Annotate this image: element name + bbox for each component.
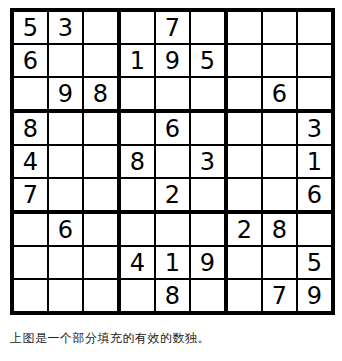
- cell-r8c7[interactable]: [228, 247, 261, 278]
- box-2: 7195: [121, 12, 224, 109]
- box-3: 6: [228, 12, 331, 109]
- cell-r1c4[interactable]: [121, 12, 154, 43]
- cell-r5c8[interactable]: [263, 146, 296, 177]
- cell-r4c9[interactable]: 3: [298, 113, 331, 144]
- cell-r9c4[interactable]: [121, 280, 154, 311]
- cell-r4c1[interactable]: 8: [14, 113, 47, 144]
- cell-r8c1[interactable]: [14, 247, 47, 278]
- sudoku-board: 536987195684768323166419828579: [10, 8, 335, 315]
- cell-r8c8[interactable]: [263, 247, 296, 278]
- cell-r9c1[interactable]: [14, 280, 47, 311]
- cell-r6c1[interactable]: 7: [14, 179, 47, 210]
- cell-r6c6[interactable]: [191, 179, 224, 210]
- cell-r7c6[interactable]: [191, 214, 224, 245]
- box-7: 6: [14, 214, 117, 311]
- cell-r6c9[interactable]: 6: [298, 179, 331, 210]
- cell-r5c2[interactable]: [49, 146, 82, 177]
- cell-r1c5[interactable]: 7: [156, 12, 189, 43]
- cell-r4c6[interactable]: [191, 113, 224, 144]
- cell-r7c7[interactable]: 2: [228, 214, 261, 245]
- cell-r9c8[interactable]: 7: [263, 280, 296, 311]
- cell-r2c8[interactable]: [263, 45, 296, 76]
- cell-r8c5[interactable]: 1: [156, 247, 189, 278]
- cell-r7c4[interactable]: [121, 214, 154, 245]
- cell-r3c3[interactable]: 8: [84, 78, 117, 109]
- page: 536987195684768323166419828579 上图是一个部分填充…: [0, 0, 342, 361]
- cell-r2c9[interactable]: [298, 45, 331, 76]
- cell-r9c5[interactable]: 8: [156, 280, 189, 311]
- cell-r3c2[interactable]: 9: [49, 78, 82, 109]
- cell-r2c1[interactable]: 6: [14, 45, 47, 76]
- cell-r7c8[interactable]: 8: [263, 214, 296, 245]
- box-5: 6832: [121, 113, 224, 210]
- cell-r3c6[interactable]: [191, 78, 224, 109]
- cell-r7c2[interactable]: 6: [49, 214, 82, 245]
- cell-r9c2[interactable]: [49, 280, 82, 311]
- cell-r8c6[interactable]: 9: [191, 247, 224, 278]
- cell-r7c3[interactable]: [84, 214, 117, 245]
- cell-r6c8[interactable]: [263, 179, 296, 210]
- cell-r4c4[interactable]: [121, 113, 154, 144]
- cell-r8c2[interactable]: [49, 247, 82, 278]
- cell-r7c5[interactable]: [156, 214, 189, 245]
- cell-r1c9[interactable]: [298, 12, 331, 43]
- cell-r1c6[interactable]: [191, 12, 224, 43]
- box-8: 4198: [121, 214, 224, 311]
- cell-r3c8[interactable]: 6: [263, 78, 296, 109]
- cell-r4c3[interactable]: [84, 113, 117, 144]
- cell-r6c7[interactable]: [228, 179, 261, 210]
- cell-r7c1[interactable]: [14, 214, 47, 245]
- cell-r2c2[interactable]: [49, 45, 82, 76]
- box-1: 53698: [14, 12, 117, 109]
- cell-r4c2[interactable]: [49, 113, 82, 144]
- cell-r9c7[interactable]: [228, 280, 261, 311]
- cell-r5c7[interactable]: [228, 146, 261, 177]
- cell-r3c7[interactable]: [228, 78, 261, 109]
- cell-r4c8[interactable]: [263, 113, 296, 144]
- cell-r3c1[interactable]: [14, 78, 47, 109]
- box-4: 847: [14, 113, 117, 210]
- cell-r1c3[interactable]: [84, 12, 117, 43]
- cell-r9c6[interactable]: [191, 280, 224, 311]
- cell-r3c9[interactable]: [298, 78, 331, 109]
- cell-r9c3[interactable]: [84, 280, 117, 311]
- cell-r4c5[interactable]: 6: [156, 113, 189, 144]
- cell-r5c5[interactable]: [156, 146, 189, 177]
- cell-r5c4[interactable]: 8: [121, 146, 154, 177]
- cell-r1c8[interactable]: [263, 12, 296, 43]
- cell-r6c4[interactable]: [121, 179, 154, 210]
- cell-r1c1[interactable]: 5: [14, 12, 47, 43]
- cell-r9c9[interactable]: 9: [298, 280, 331, 311]
- cell-r6c2[interactable]: [49, 179, 82, 210]
- cell-r8c4[interactable]: 4: [121, 247, 154, 278]
- cell-r1c2[interactable]: 3: [49, 12, 82, 43]
- cell-r2c7[interactable]: [228, 45, 261, 76]
- cell-r1c7[interactable]: [228, 12, 261, 43]
- cell-r7c9[interactable]: [298, 214, 331, 245]
- board-caption: 上图是一个部分填充的有效的数独。: [10, 330, 342, 347]
- cell-r4c7[interactable]: [228, 113, 261, 144]
- cell-r2c6[interactable]: 5: [191, 45, 224, 76]
- cell-r5c9[interactable]: 1: [298, 146, 331, 177]
- cell-r2c4[interactable]: 1: [121, 45, 154, 76]
- cell-r5c1[interactable]: 4: [14, 146, 47, 177]
- cell-r2c3[interactable]: [84, 45, 117, 76]
- box-9: 28579: [228, 214, 331, 311]
- cell-r3c4[interactable]: [121, 78, 154, 109]
- cell-r5c6[interactable]: 3: [191, 146, 224, 177]
- box-6: 316: [228, 113, 331, 210]
- cell-r6c5[interactable]: 2: [156, 179, 189, 210]
- cell-r8c9[interactable]: 5: [298, 247, 331, 278]
- cell-r6c3[interactable]: [84, 179, 117, 210]
- cell-r3c5[interactable]: [156, 78, 189, 109]
- cell-r8c3[interactable]: [84, 247, 117, 278]
- cell-r2c5[interactable]: 9: [156, 45, 189, 76]
- cell-r5c3[interactable]: [84, 146, 117, 177]
